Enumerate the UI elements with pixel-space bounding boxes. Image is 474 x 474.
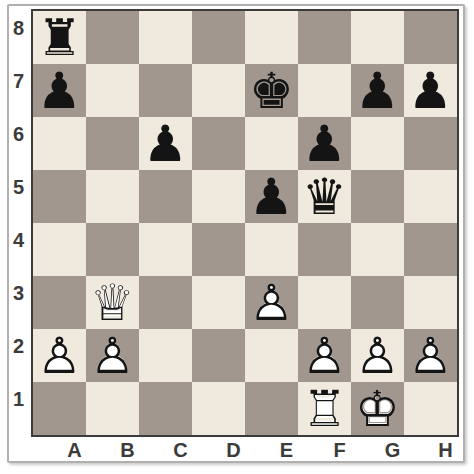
square-d1[interactable] [192,382,245,435]
square-b8[interactable] [86,11,139,64]
square-d5[interactable] [192,170,245,223]
square-a3[interactable] [33,276,86,329]
square-b4[interactable] [86,223,139,276]
white-pawn-outline: ♙ [404,330,457,383]
piece-black-king[interactable]: ♚ [245,64,298,117]
square-d2[interactable] [192,329,245,382]
square-f8[interactable] [298,11,351,64]
square-b5[interactable] [86,170,139,223]
square-d8[interactable] [192,11,245,64]
square-g1[interactable]: ♚♔ [351,382,404,435]
rank-label: 3 [7,267,30,320]
square-e5[interactable]: ♟ [245,170,298,223]
piece-white-king[interactable]: ♚♔ [351,382,404,435]
square-a7[interactable]: ♟ [33,64,86,117]
square-e4[interactable] [245,223,298,276]
square-e7[interactable]: ♚ [245,64,298,117]
piece-black-pawn[interactable]: ♟ [351,64,404,117]
white-pawn-outline: ♙ [245,277,298,330]
piece-white-pawn[interactable]: ♟♙ [404,329,457,382]
square-b7[interactable] [86,64,139,117]
piece-black-pawn[interactable]: ♟ [139,117,192,170]
white-pawn-outline: ♙ [351,330,404,383]
square-b3[interactable]: ♛♕ [86,276,139,329]
square-a1[interactable] [33,382,86,435]
file-label: E [260,437,313,463]
file-label: C [154,437,207,463]
square-g3[interactable] [351,276,404,329]
square-h1[interactable] [404,382,457,435]
rank-label: 7 [7,55,30,108]
square-g2[interactable]: ♟♙ [351,329,404,382]
rank-label: 6 [7,108,30,161]
square-h2[interactable]: ♟♙ [404,329,457,382]
white-queen-outline: ♕ [86,277,139,330]
file-label: A [48,437,101,463]
white-rook-outline: ♖ [298,383,351,436]
square-f6[interactable]: ♟ [298,117,351,170]
chess-board[interactable]: ♜♟♚♟♟♟♟♟♛♛♕♟♙♟♙♟♙♟♙♟♙♟♙♜♖♚♔ [31,9,459,437]
rank-label: 1 [7,373,30,426]
square-h4[interactable] [404,223,457,276]
square-f1[interactable]: ♜♖ [298,382,351,435]
square-d3[interactable] [192,276,245,329]
white-pawn-outline: ♙ [33,330,86,383]
piece-white-rook[interactable]: ♜♖ [298,382,351,435]
rank-label: 5 [7,161,30,214]
square-f5[interactable]: ♛ [298,170,351,223]
piece-white-pawn[interactable]: ♟♙ [86,329,139,382]
piece-black-pawn[interactable]: ♟ [404,64,457,117]
square-g7[interactable]: ♟ [351,64,404,117]
black-pawn-glyph: ♟ [139,118,192,171]
file-label: B [101,437,154,463]
square-c8[interactable] [139,11,192,64]
file-label: F [313,437,366,463]
square-f4[interactable] [298,223,351,276]
square-b1[interactable] [86,382,139,435]
black-pawn-glyph: ♟ [33,65,86,118]
square-h3[interactable] [404,276,457,329]
file-label: G [366,437,419,463]
square-h8[interactable] [404,11,457,64]
square-e6[interactable] [245,117,298,170]
square-c1[interactable] [139,382,192,435]
file-labels: ABCDEFGH [48,437,472,463]
square-a4[interactable] [33,223,86,276]
square-f3[interactable] [298,276,351,329]
square-e3[interactable]: ♟♙ [245,276,298,329]
square-c2[interactable] [139,329,192,382]
white-king-outline: ♔ [351,383,404,436]
square-g6[interactable] [351,117,404,170]
piece-black-queen[interactable]: ♛ [298,170,351,223]
square-f7[interactable] [298,64,351,117]
square-e2[interactable] [245,329,298,382]
rank-label: 2 [7,320,30,373]
square-b2[interactable]: ♟♙ [86,329,139,382]
square-c5[interactable] [139,170,192,223]
square-d7[interactable] [192,64,245,117]
square-d6[interactable] [192,117,245,170]
black-pawn-glyph: ♟ [351,65,404,118]
piece-black-pawn[interactable]: ♟ [298,117,351,170]
square-e1[interactable] [245,382,298,435]
piece-white-queen[interactable]: ♛♕ [86,276,139,329]
square-b6[interactable] [86,117,139,170]
black-pawn-glyph: ♟ [404,65,457,118]
black-king-glyph: ♚ [245,65,298,118]
square-f2[interactable]: ♟♙ [298,329,351,382]
piece-black-pawn[interactable]: ♟ [33,64,86,117]
square-h7[interactable]: ♟ [404,64,457,117]
rank-labels: 87654321 [7,2,30,426]
square-h5[interactable] [404,170,457,223]
square-g5[interactable] [351,170,404,223]
square-e8[interactable] [245,11,298,64]
file-label: H [419,437,472,463]
rank-label: 4 [7,214,30,267]
square-g4[interactable] [351,223,404,276]
square-a6[interactable] [33,117,86,170]
white-pawn-outline: ♙ [298,330,351,383]
black-pawn-glyph: ♟ [245,171,298,224]
piece-black-pawn[interactable]: ♟ [245,170,298,223]
white-pawn-outline: ♙ [86,330,139,383]
piece-white-pawn[interactable]: ♟♙ [33,329,86,382]
file-label: D [207,437,260,463]
rank-label: 8 [7,2,30,55]
black-rook-glyph: ♜ [33,12,86,65]
piece-black-rook[interactable]: ♜ [33,11,86,64]
black-queen-glyph: ♛ [298,171,351,224]
square-c7[interactable] [139,64,192,117]
piece-white-pawn[interactable]: ♟♙ [298,329,351,382]
square-g8[interactable] [351,11,404,64]
square-c6[interactable]: ♟ [139,117,192,170]
piece-white-pawn[interactable]: ♟♙ [351,329,404,382]
square-a2[interactable]: ♟♙ [33,329,86,382]
square-d4[interactable] [192,223,245,276]
square-c3[interactable] [139,276,192,329]
square-a8[interactable]: ♜ [33,11,86,64]
square-c4[interactable] [139,223,192,276]
square-a5[interactable] [33,170,86,223]
piece-white-pawn[interactable]: ♟♙ [245,276,298,329]
square-h6[interactable] [404,117,457,170]
black-pawn-glyph: ♟ [298,118,351,171]
